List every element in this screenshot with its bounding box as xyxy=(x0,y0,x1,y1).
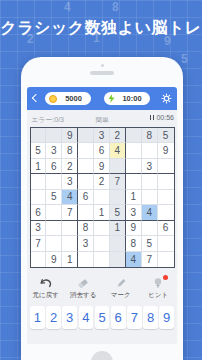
hint-button[interactable]: ヒント xyxy=(140,277,178,301)
coins-pill[interactable]: 5000 xyxy=(45,92,91,105)
sudoku-cell[interactable] xyxy=(46,128,62,143)
sudoku-cell[interactable] xyxy=(46,221,62,236)
sudoku-cell[interactable]: 2 xyxy=(62,159,78,174)
sudoku-cell[interactable]: 4 xyxy=(110,143,126,158)
sudoku-cell[interactable] xyxy=(46,205,62,220)
energy-time: 10:00 xyxy=(118,94,146,103)
sudoku-cell[interactable]: 3 xyxy=(94,128,110,143)
sudoku-cell[interactable] xyxy=(142,221,158,236)
sudoku-cell[interactable]: 8 xyxy=(142,128,158,143)
sudoku-cell[interactable]: 5 xyxy=(31,143,47,158)
sudoku-cell[interactable] xyxy=(62,221,78,236)
numpad-key-3[interactable]: 3 xyxy=(62,306,77,329)
sudoku-cell[interactable]: 3 xyxy=(31,221,47,236)
sudoku-cell[interactable]: 1 xyxy=(126,190,142,205)
sudoku-cell[interactable] xyxy=(110,252,126,267)
sudoku-cell[interactable]: 1 xyxy=(31,159,47,174)
sudoku-cell[interactable]: 4 xyxy=(142,205,158,220)
sudoku-cell[interactable] xyxy=(31,128,47,143)
sudoku-cell[interactable]: 3 xyxy=(126,205,142,220)
speaker-slot xyxy=(90,71,114,75)
sudoku-cell[interactable]: 5 xyxy=(142,236,158,251)
sudoku-cell[interactable] xyxy=(126,128,142,143)
sudoku-cell[interactable]: 8 xyxy=(126,236,142,251)
numpad-key-2[interactable]: 2 xyxy=(46,306,61,329)
sudoku-cell[interactable] xyxy=(78,205,94,220)
sudoku-cell[interactable]: 6 xyxy=(94,143,110,158)
lightbulb-icon xyxy=(152,277,164,289)
mark-button[interactable]: マーク xyxy=(102,277,140,301)
sudoku-cell[interactable]: 7 xyxy=(142,252,158,267)
numpad-key-8[interactable]: 8 xyxy=(143,306,158,329)
banner-title: クラシック数独よい脳トレ xyxy=(0,18,202,39)
sudoku-cell[interactable] xyxy=(31,190,47,205)
sudoku-cell[interactable]: 4 xyxy=(126,252,142,267)
background-digit: 8 xyxy=(112,0,119,14)
sudoku-cell[interactable] xyxy=(110,190,126,205)
sudoku-cell[interactable] xyxy=(94,221,110,236)
sudoku-cell[interactable] xyxy=(110,159,126,174)
banner-screenshot: 482195 クラシック数独よい脳トレ 5000 10:00 xyxy=(0,0,202,360)
sudoku-cell[interactable] xyxy=(62,236,78,251)
coins-value: 5000 xyxy=(60,94,87,103)
home-button xyxy=(91,351,113,360)
sudoku-cell[interactable] xyxy=(94,190,110,205)
sudoku-cell[interactable]: 6 xyxy=(158,221,174,236)
sudoku-cell[interactable]: 3 xyxy=(62,174,78,189)
sudoku-cell[interactable]: 3 xyxy=(46,143,62,158)
toolbar-label: ヒント xyxy=(148,291,168,300)
phone-mockup: 5000 10:00 エラー:0/3 簡単 xyxy=(21,57,183,360)
timer-value: 00:56 xyxy=(156,114,174,121)
pencil-icon xyxy=(115,277,127,289)
sudoku-cell[interactable]: 1 xyxy=(110,221,126,236)
sudoku-cell[interactable] xyxy=(126,174,142,189)
sudoku-cell[interactable]: 6 xyxy=(46,159,62,174)
sudoku-cell[interactable]: 6 xyxy=(31,205,47,220)
sudoku-cell[interactable] xyxy=(158,159,174,174)
sudoku-cell[interactable]: 3 xyxy=(78,236,94,251)
sudoku-cell[interactable] xyxy=(158,236,174,251)
toolbar: 元に戻す消去するマークヒント xyxy=(27,277,177,301)
sudoku-cell[interactable]: 8 xyxy=(78,221,94,236)
sudoku-cell[interactable] xyxy=(46,236,62,251)
timer-group: 00:56 xyxy=(150,114,174,121)
background-digit: 4 xyxy=(64,0,71,14)
sudoku-cell[interactable] xyxy=(142,143,158,158)
toolbar-label: マーク xyxy=(111,291,131,300)
coin-icon xyxy=(49,95,57,103)
sudoku-cell[interactable]: 3 xyxy=(142,159,158,174)
sudoku-cell[interactable] xyxy=(78,174,94,189)
back-chevron-icon[interactable] xyxy=(32,94,40,102)
header-bar: 5000 10:00 xyxy=(27,87,177,110)
sudoku-cell[interactable] xyxy=(46,174,62,189)
camera-icon xyxy=(101,64,104,67)
numpad-key-7[interactable]: 7 xyxy=(127,306,142,329)
sudoku-cell[interactable]: 2 xyxy=(110,128,126,143)
numpad-key-6[interactable]: 6 xyxy=(111,306,126,329)
sudoku-cell[interactable]: 9 xyxy=(94,159,110,174)
sudoku-cell[interactable] xyxy=(78,143,94,158)
sudoku-cell[interactable] xyxy=(142,174,158,189)
sudoku-cell[interactable] xyxy=(78,128,94,143)
energy-pill[interactable]: 10:00 xyxy=(104,92,150,105)
sudoku-cell[interactable] xyxy=(142,190,158,205)
sudoku-cell[interactable] xyxy=(94,236,110,251)
sudoku-cell[interactable]: 9 xyxy=(126,221,142,236)
numpad-key-5[interactable]: 5 xyxy=(95,306,110,329)
sudoku-cell[interactable]: 1 xyxy=(94,205,110,220)
sudoku-cell[interactable]: 9 xyxy=(158,143,174,158)
sudoku-cell[interactable] xyxy=(126,143,142,158)
sudoku-cell[interactable] xyxy=(158,252,174,267)
sudoku-cell[interactable] xyxy=(126,159,142,174)
sudoku-cell[interactable]: 8 xyxy=(62,143,78,158)
sudoku-cell[interactable]: 5 xyxy=(110,205,126,220)
numpad-key-1[interactable]: 1 xyxy=(30,306,45,329)
sudoku-cell[interactable]: 7 xyxy=(31,236,47,251)
sudoku-cell[interactable]: 4 xyxy=(62,190,78,205)
sudoku-cell[interactable] xyxy=(158,174,174,189)
sudoku-cell[interactable] xyxy=(158,190,174,205)
sudoku-cell[interactable]: 7 xyxy=(62,205,78,220)
status-row: エラー:0/3 簡単 00:56 xyxy=(27,110,177,127)
sudoku-cell[interactable] xyxy=(158,205,174,220)
sudoku-cell[interactable] xyxy=(94,252,110,267)
sudoku-cell[interactable]: 5 xyxy=(158,128,174,143)
sudoku-cell[interactable]: 9 xyxy=(46,252,62,267)
lightning-icon xyxy=(108,94,115,103)
toolbar-label: 元に戻す xyxy=(33,291,59,300)
erase-button[interactable]: 消去する xyxy=(65,277,103,301)
numpad-key-9[interactable]: 9 xyxy=(159,306,174,329)
sudoku-cell[interactable] xyxy=(31,174,47,189)
sudoku-cell[interactable]: 9 xyxy=(62,128,78,143)
eraser-icon xyxy=(77,277,89,289)
numpad-key-4[interactable]: 4 xyxy=(79,306,94,329)
app-screen: 5000 10:00 エラー:0/3 簡単 xyxy=(27,87,177,344)
sudoku-cell[interactable]: 5 xyxy=(46,190,62,205)
notification-badge xyxy=(163,275,168,280)
sudoku-cell[interactable]: 7 xyxy=(110,174,126,189)
sudoku-cell[interactable] xyxy=(110,236,126,251)
gear-icon[interactable] xyxy=(161,93,172,104)
toolbar-label: 消去する xyxy=(70,291,96,300)
undo-icon xyxy=(40,277,52,289)
undo-button[interactable]: 元に戻す xyxy=(27,277,65,301)
sudoku-cell[interactable]: 1 xyxy=(62,252,78,267)
sudoku-cell[interactable]: 2 xyxy=(94,174,110,189)
sudoku-cell[interactable] xyxy=(31,252,47,267)
pause-icon[interactable] xyxy=(150,115,155,121)
numpad: 123456789 xyxy=(27,306,177,330)
background-digit: 5 xyxy=(181,52,188,66)
sudoku-board: 9328553864916293327546167153438196738591… xyxy=(30,127,175,268)
sudoku-cell[interactable]: 6 xyxy=(78,190,94,205)
sudoku-cell[interactable] xyxy=(78,252,94,267)
sudoku-cell[interactable] xyxy=(78,159,94,174)
